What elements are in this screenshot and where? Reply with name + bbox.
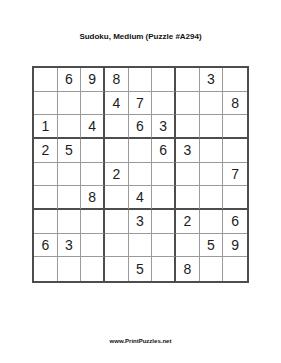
cell-r8c6[interactable] <box>152 234 176 258</box>
cell-r2c7[interactable] <box>176 92 200 116</box>
cell-r8c9[interactable]: 9 <box>223 234 247 258</box>
cell-r3c9[interactable] <box>223 115 247 139</box>
cell-r2c6[interactable] <box>152 92 176 116</box>
cell-r5c6[interactable] <box>152 163 176 187</box>
cell-r4c9[interactable] <box>223 139 247 163</box>
cell-r1c4[interactable]: 8 <box>105 68 129 92</box>
cell-r2c3[interactable] <box>81 92 105 116</box>
cell-r5c2[interactable] <box>58 163 82 187</box>
cell-r9c6[interactable] <box>152 257 176 281</box>
page-title: Sudoku, Medium (Puzzle #A294) <box>0 32 281 41</box>
cell-r5c3[interactable] <box>81 163 105 187</box>
cell-r6c5[interactable]: 4 <box>129 186 153 210</box>
cell-r4c4[interactable] <box>105 139 129 163</box>
cell-r4c7[interactable]: 3 <box>176 139 200 163</box>
cell-r3c2[interactable] <box>58 115 82 139</box>
cell-r8c8[interactable]: 5 <box>200 234 224 258</box>
cell-r4c8[interactable] <box>200 139 224 163</box>
cell-r1c8[interactable]: 3 <box>200 68 224 92</box>
cell-r3c5[interactable]: 6 <box>129 115 153 139</box>
cell-r7c9[interactable]: 6 <box>223 210 247 234</box>
cell-r6c9[interactable] <box>223 186 247 210</box>
cell-r9c9[interactable] <box>223 257 247 281</box>
cell-r8c5[interactable] <box>129 234 153 258</box>
cell-r1c9[interactable] <box>223 68 247 92</box>
cell-r5c8[interactable] <box>200 163 224 187</box>
cell-r4c1[interactable]: 2 <box>34 139 58 163</box>
cell-r7c3[interactable] <box>81 210 105 234</box>
cell-r1c3[interactable]: 9 <box>81 68 105 92</box>
cell-r6c3[interactable]: 8 <box>81 186 105 210</box>
cell-r8c7[interactable] <box>176 234 200 258</box>
cell-r1c7[interactable] <box>176 68 200 92</box>
cell-r5c9[interactable]: 7 <box>223 163 247 187</box>
cell-r7c5[interactable]: 3 <box>129 210 153 234</box>
cell-r7c7[interactable]: 2 <box>176 210 200 234</box>
cell-r6c8[interactable] <box>200 186 224 210</box>
cell-r1c1[interactable] <box>34 68 58 92</box>
cell-r3c7[interactable] <box>176 115 200 139</box>
cell-r7c2[interactable] <box>58 210 82 234</box>
cell-r2c9[interactable]: 8 <box>223 92 247 116</box>
cell-r2c8[interactable] <box>200 92 224 116</box>
cell-r4c3[interactable] <box>81 139 105 163</box>
cell-r9c1[interactable] <box>34 257 58 281</box>
cell-r8c1[interactable]: 6 <box>34 234 58 258</box>
cell-r3c1[interactable]: 1 <box>34 115 58 139</box>
cell-r4c6[interactable]: 6 <box>152 139 176 163</box>
cell-r9c5[interactable]: 5 <box>129 257 153 281</box>
cell-r9c8[interactable] <box>200 257 224 281</box>
cell-r2c4[interactable]: 4 <box>105 92 129 116</box>
cell-r3c4[interactable] <box>105 115 129 139</box>
cell-r6c4[interactable] <box>105 186 129 210</box>
cell-r8c2[interactable]: 3 <box>58 234 82 258</box>
cell-r1c5[interactable] <box>129 68 153 92</box>
sudoku-page: Sudoku, Medium (Puzzle #A294) 6983478146… <box>0 0 281 363</box>
cell-r3c6[interactable]: 3 <box>152 115 176 139</box>
cell-r2c5[interactable]: 7 <box>129 92 153 116</box>
cell-r5c7[interactable] <box>176 163 200 187</box>
cell-r9c3[interactable] <box>81 257 105 281</box>
cell-r3c3[interactable]: 4 <box>81 115 105 139</box>
cell-r5c5[interactable] <box>129 163 153 187</box>
cell-r2c2[interactable] <box>58 92 82 116</box>
cell-r7c6[interactable] <box>152 210 176 234</box>
cell-r9c7[interactable]: 8 <box>176 257 200 281</box>
cell-r1c2[interactable]: 6 <box>58 68 82 92</box>
cell-r5c1[interactable] <box>34 163 58 187</box>
cell-r5c4[interactable]: 2 <box>105 163 129 187</box>
cell-r4c2[interactable]: 5 <box>58 139 82 163</box>
cell-r7c8[interactable] <box>200 210 224 234</box>
footer-url: www.PrintPuzzles.net <box>0 338 281 344</box>
cell-r8c4[interactable] <box>105 234 129 258</box>
cell-r2c1[interactable] <box>34 92 58 116</box>
cell-r9c4[interactable] <box>105 257 129 281</box>
cell-r1c6[interactable] <box>152 68 176 92</box>
cell-r8c3[interactable] <box>81 234 105 258</box>
cell-r7c4[interactable] <box>105 210 129 234</box>
cell-r6c1[interactable] <box>34 186 58 210</box>
cell-r6c7[interactable] <box>176 186 200 210</box>
sudoku-grid: 6983478146325632784326635958 <box>32 66 249 283</box>
cell-r3c8[interactable] <box>200 115 224 139</box>
cell-r7c1[interactable] <box>34 210 58 234</box>
cell-r4c5[interactable] <box>129 139 153 163</box>
cell-r6c6[interactable] <box>152 186 176 210</box>
cell-r9c2[interactable] <box>58 257 82 281</box>
cell-r6c2[interactable] <box>58 186 82 210</box>
